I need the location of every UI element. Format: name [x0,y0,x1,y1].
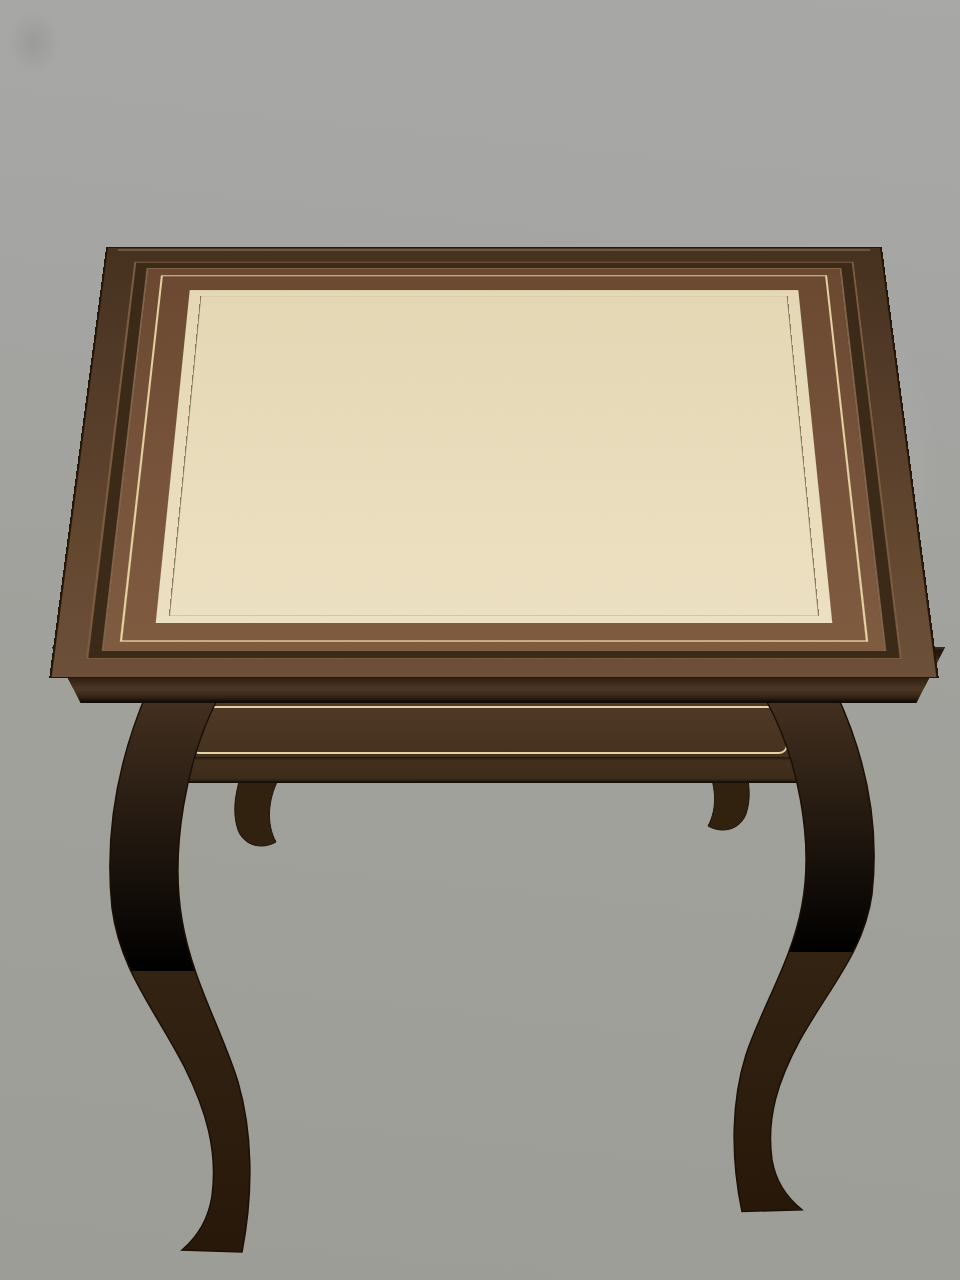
chess-board [170,296,818,615]
edge-highlight [118,249,871,251]
photo-backdrop [0,0,960,1280]
table-top [52,248,937,677]
table-perspective-wrap [108,248,880,1020]
